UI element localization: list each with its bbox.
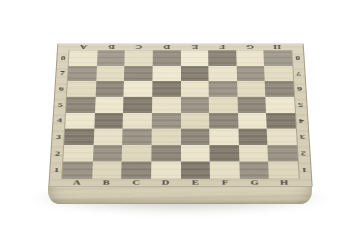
- chess-board: ABCDEFGH ABCDEFGH 87654321 87654321: [48, 43, 312, 186]
- square-f3[interactable]: [209, 128, 238, 144]
- square-c3[interactable]: [122, 128, 151, 144]
- square-a3[interactable]: [64, 128, 94, 144]
- file-label-c: C: [125, 44, 153, 50]
- square-c1[interactable]: [121, 161, 151, 178]
- square-h7[interactable]: [264, 65, 293, 80]
- square-h8[interactable]: [263, 50, 292, 65]
- square-g8[interactable]: [235, 50, 263, 65]
- rank-label-8: 8: [291, 50, 304, 65]
- square-b1[interactable]: [91, 161, 121, 178]
- square-a8[interactable]: [68, 50, 97, 65]
- square-h2[interactable]: [267, 145, 297, 162]
- rank-label-4: 4: [52, 112, 65, 128]
- square-g3[interactable]: [238, 128, 268, 144]
- file-label-h: H: [269, 178, 299, 185]
- square-a6[interactable]: [66, 80, 95, 96]
- square-d3[interactable]: [151, 128, 180, 144]
- square-e8[interactable]: [180, 50, 208, 65]
- board-3d-wrap: ABCDEFGH ABCDEFGH 87654321 87654321: [48, 43, 312, 186]
- file-label-e: E: [180, 44, 208, 50]
- square-e4[interactable]: [180, 112, 209, 128]
- square-f4[interactable]: [209, 112, 238, 128]
- square-e6[interactable]: [180, 80, 208, 96]
- square-f7[interactable]: [208, 65, 236, 80]
- square-a7[interactable]: [67, 65, 96, 80]
- square-e3[interactable]: [180, 128, 209, 144]
- square-f6[interactable]: [208, 80, 237, 96]
- square-f1[interactable]: [209, 161, 239, 178]
- rank-label-5: 5: [294, 96, 307, 112]
- square-b4[interactable]: [93, 112, 122, 128]
- square-b2[interactable]: [92, 145, 122, 162]
- file-label-d: D: [152, 44, 180, 50]
- file-label-f: F: [210, 178, 240, 185]
- file-labels-top: ABCDEFGH: [69, 44, 291, 50]
- square-g5[interactable]: [237, 96, 266, 112]
- square-c4[interactable]: [122, 112, 151, 128]
- square-c8[interactable]: [124, 50, 152, 65]
- file-label-h: H: [263, 44, 291, 50]
- square-g7[interactable]: [236, 65, 265, 80]
- rank-label-7: 7: [55, 65, 68, 80]
- square-d5[interactable]: [151, 96, 180, 112]
- square-d2[interactable]: [151, 145, 180, 162]
- square-h6[interactable]: [265, 80, 294, 96]
- file-label-g: G: [235, 44, 263, 50]
- square-g6[interactable]: [236, 80, 265, 96]
- square-g4[interactable]: [237, 112, 266, 128]
- square-g1[interactable]: [239, 161, 269, 178]
- square-b5[interactable]: [94, 96, 123, 112]
- square-f2[interactable]: [209, 145, 239, 162]
- rank-label-7: 7: [292, 65, 305, 80]
- square-h4[interactable]: [266, 112, 296, 128]
- square-a5[interactable]: [66, 96, 95, 112]
- square-f8[interactable]: [208, 50, 236, 65]
- square-h1[interactable]: [268, 161, 298, 178]
- chessboard-scene: ABCDEFGH ABCDEFGH 87654321 87654321: [0, 0, 360, 240]
- square-d7[interactable]: [152, 65, 180, 80]
- rank-label-5: 5: [54, 96, 67, 112]
- file-label-f: F: [208, 44, 236, 50]
- square-d6[interactable]: [152, 80, 180, 96]
- square-e1[interactable]: [180, 161, 210, 178]
- square-e7[interactable]: [180, 65, 208, 80]
- square-b8[interactable]: [96, 50, 124, 65]
- square-b7[interactable]: [95, 65, 124, 80]
- file-label-e: E: [180, 178, 210, 185]
- square-e2[interactable]: [180, 145, 209, 162]
- square-h3[interactable]: [267, 128, 297, 144]
- square-a4[interactable]: [65, 112, 95, 128]
- file-label-g: G: [239, 178, 269, 185]
- square-a2[interactable]: [63, 145, 93, 162]
- square-g2[interactable]: [238, 145, 268, 162]
- square-d1[interactable]: [150, 161, 180, 178]
- rank-label-6: 6: [293, 80, 306, 96]
- file-label-d: D: [150, 178, 180, 185]
- square-e5[interactable]: [180, 96, 209, 112]
- rank-label-4: 4: [295, 112, 308, 128]
- file-label-b: B: [97, 44, 125, 50]
- file-label-a: A: [61, 178, 91, 185]
- square-c7[interactable]: [124, 65, 152, 80]
- square-f5[interactable]: [208, 96, 237, 112]
- rank-label-8: 8: [56, 50, 69, 65]
- square-c2[interactable]: [121, 145, 151, 162]
- square-d8[interactable]: [152, 50, 180, 65]
- square-d4[interactable]: [151, 112, 180, 128]
- rank-label-2: 2: [50, 145, 63, 162]
- square-b6[interactable]: [95, 80, 124, 96]
- square-h5[interactable]: [265, 96, 294, 112]
- file-labels-bottom: ABCDEFGH: [61, 178, 298, 185]
- rank-label-3: 3: [51, 128, 64, 144]
- file-label-c: C: [121, 178, 151, 185]
- file-label-b: B: [91, 178, 121, 185]
- square-a1[interactable]: [62, 161, 92, 178]
- rank-label-3: 3: [295, 128, 308, 144]
- board-grid: [62, 50, 298, 178]
- square-c5[interactable]: [123, 96, 152, 112]
- square-b3[interactable]: [93, 128, 123, 144]
- rank-label-6: 6: [54, 80, 67, 96]
- rank-label-1: 1: [49, 161, 62, 178]
- board-front-edge: [48, 185, 312, 204]
- square-c6[interactable]: [123, 80, 152, 96]
- file-label-a: A: [69, 44, 97, 50]
- rank-label-1: 1: [297, 161, 310, 178]
- rank-label-2: 2: [296, 145, 309, 162]
